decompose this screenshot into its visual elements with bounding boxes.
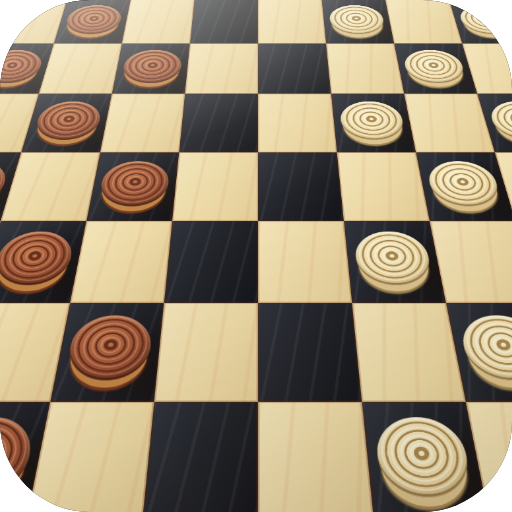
square-r6c3[interactable] — [142, 402, 258, 512]
square-r1c1 — [39, 43, 122, 93]
square-r3c2[interactable] — [86, 152, 179, 221]
brown-man-piece[interactable] — [32, 101, 103, 140]
cream-man-piece[interactable] — [328, 5, 386, 34]
square-r4c3[interactable] — [164, 221, 258, 303]
square-r4c2 — [70, 221, 172, 303]
square-r0c2 — [122, 0, 194, 43]
square-r6c4 — [258, 402, 374, 512]
square-r0c1[interactable] — [54, 0, 131, 43]
square-r3c4[interactable] — [258, 152, 344, 221]
brown-man-piece[interactable] — [97, 161, 171, 206]
square-r3c3 — [172, 152, 258, 221]
square-r2c4 — [258, 94, 337, 153]
square-r2c3[interactable] — [179, 94, 258, 153]
square-r1c4[interactable] — [258, 43, 331, 93]
cream-man-piece[interactable] — [457, 5, 512, 34]
cream-man-piece[interactable] — [402, 50, 468, 83]
square-r5c3 — [154, 303, 258, 402]
square-r5c4[interactable] — [258, 303, 362, 402]
square-r4c5[interactable] — [344, 221, 446, 303]
cream-man-piece[interactable] — [457, 315, 512, 380]
cream-man-piece[interactable] — [486, 101, 512, 140]
cream-man-piece[interactable] — [425, 161, 503, 206]
brown-man-piece[interactable] — [63, 5, 124, 34]
checkers-board — [0, 0, 512, 512]
square-r1c2[interactable] — [112, 43, 190, 93]
brown-man-piece[interactable] — [0, 417, 37, 497]
cream-man-piece[interactable] — [373, 417, 474, 497]
square-r0c3[interactable] — [190, 0, 258, 43]
brown-man-piece[interactable] — [0, 231, 76, 285]
brown-man-piece[interactable] — [64, 315, 154, 380]
square-r1c3 — [185, 43, 258, 93]
brown-man-piece[interactable] — [0, 50, 46, 83]
cream-man-piece[interactable] — [339, 101, 407, 140]
square-r2c2 — [100, 94, 185, 153]
square-r0c4 — [258, 0, 326, 43]
cream-man-piece[interactable] — [353, 231, 434, 285]
square-r3c5 — [337, 152, 430, 221]
square-r1c5 — [326, 43, 404, 93]
brown-man-piece[interactable] — [121, 50, 183, 83]
square-r4c4 — [258, 221, 352, 303]
square-r0c5[interactable] — [322, 0, 394, 43]
square-r2c5[interactable] — [331, 94, 416, 153]
board-photo-frame — [0, 0, 512, 512]
square-r5c2[interactable] — [50, 303, 164, 402]
